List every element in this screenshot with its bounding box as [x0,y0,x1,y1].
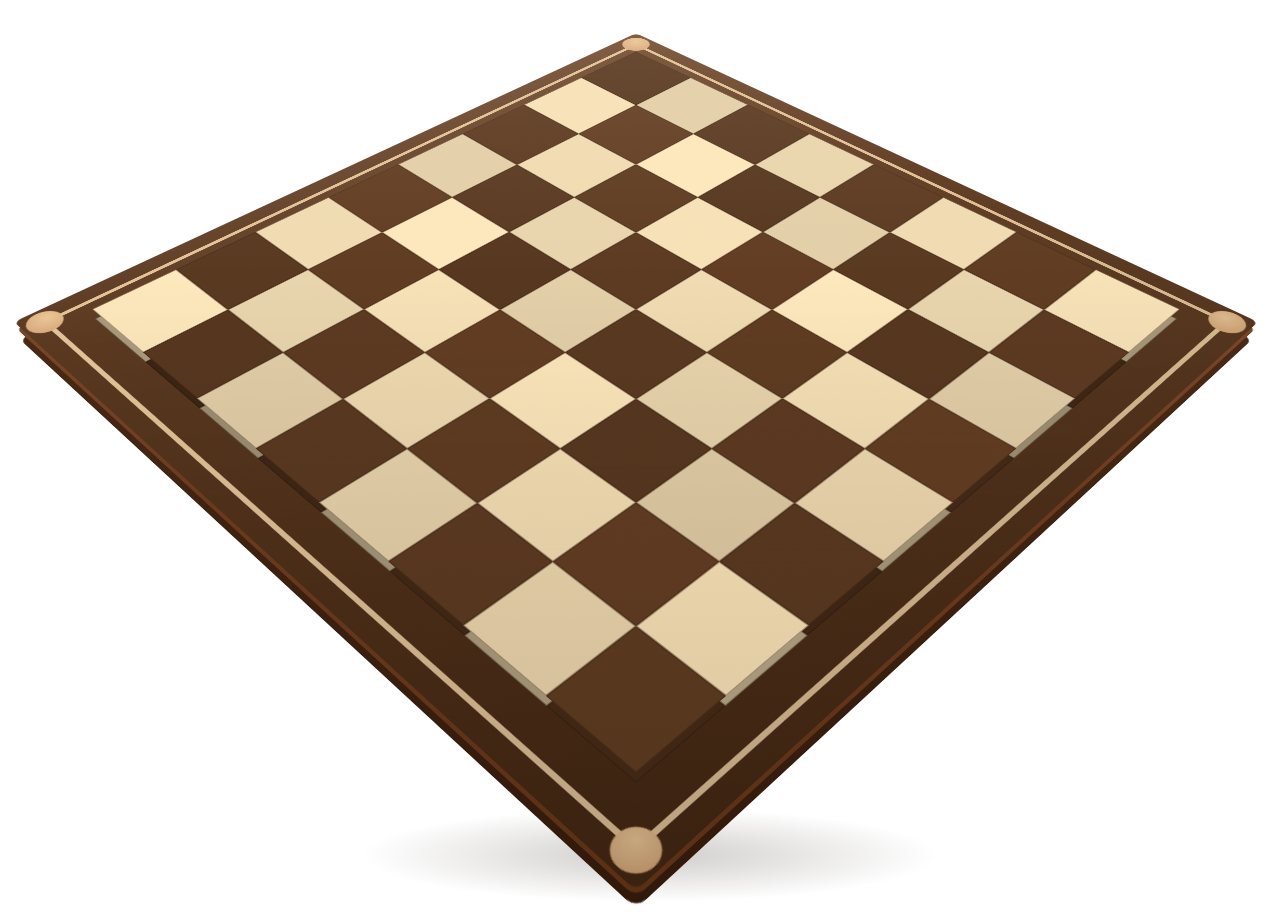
playing-field [92,52,1180,773]
photo-background [0,0,1280,919]
chess-board [14,33,1259,891]
